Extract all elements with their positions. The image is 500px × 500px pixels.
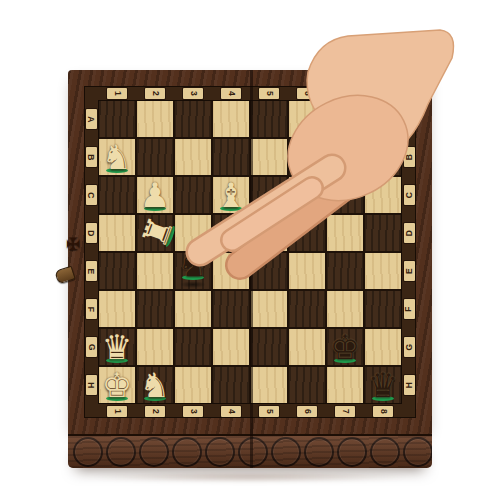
square-g2[interactable] — [137, 329, 173, 365]
file-label-right-C: C — [404, 185, 415, 205]
square-e5[interactable] — [251, 253, 287, 289]
white-pawn-glyph: ♟ — [140, 177, 170, 213]
file-label-left-H: H — [86, 375, 97, 395]
square-a3[interactable] — [175, 101, 211, 137]
square-h4[interactable] — [213, 367, 249, 403]
square-b7[interactable] — [327, 139, 363, 175]
circle-ornament — [304, 437, 334, 467]
rank-label-top-cell: 5 — [250, 86, 288, 100]
rank-label-bottom-cell: 1 — [98, 404, 136, 418]
square-f7[interactable] — [327, 291, 363, 327]
file-label-left-cell: G — [84, 328, 98, 366]
black-pawn-glyph: ♟ — [330, 101, 360, 137]
piece-white-pawn-c2[interactable]: ♟ — [137, 177, 173, 213]
file-label-right-cell: D — [402, 214, 416, 252]
square-e7[interactable] — [327, 253, 363, 289]
white-knight-glyph: ♞ — [140, 367, 170, 403]
square-d7[interactable] — [327, 215, 363, 251]
square-h1[interactable]: ♚ — [99, 367, 135, 403]
square-c5[interactable] — [251, 177, 287, 213]
piece-black-queen-h8[interactable]: ♛ — [365, 367, 401, 403]
piece-black-knight-b6[interactable]: ♞ — [289, 139, 325, 175]
rank-label-top-1: 1 — [107, 88, 127, 99]
rank-label-top-6: 6 — [297, 88, 317, 99]
square-f6[interactable] — [289, 291, 325, 327]
file-label-right-cell: G — [402, 328, 416, 366]
file-label-left-cell: D — [84, 214, 98, 252]
file-label-left-C: C — [86, 185, 97, 205]
file-label-left-A: A — [86, 109, 97, 129]
square-g6[interactable] — [289, 329, 325, 365]
square-f2[interactable] — [137, 291, 173, 327]
file-label-left-cell: C — [84, 176, 98, 214]
square-c7[interactable] — [327, 177, 363, 213]
square-e2[interactable] — [137, 253, 173, 289]
square-a5[interactable] — [251, 101, 287, 137]
square-d4[interactable] — [213, 215, 249, 251]
square-d5[interactable]: ♜ — [251, 215, 287, 251]
rank-label-bottom-5: 5 — [259, 406, 279, 417]
file-label-left-B: B — [86, 147, 97, 167]
square-g3[interactable] — [175, 329, 211, 365]
rank-label-top-7: 7 — [335, 88, 355, 99]
rank-label-top-2: 2 — [145, 88, 165, 99]
square-d8[interactable] — [365, 215, 401, 251]
square-d1[interactable] — [99, 215, 135, 251]
square-b4[interactable] — [213, 139, 249, 175]
table-reflection — [88, 472, 412, 482]
rank-label-bottom-4: 4 — [221, 406, 241, 417]
square-e4[interactable] — [213, 253, 249, 289]
square-a4[interactable] — [213, 101, 249, 137]
file-labels-left: ABCDEFGH — [84, 100, 98, 404]
piece-black-rook-d5[interactable]: ♜ — [251, 215, 287, 251]
rank-label-top-cell: 7 — [326, 86, 364, 100]
file-label-left-E: E — [86, 261, 97, 281]
rank-label-top-cell: 6 — [288, 86, 326, 100]
circle-ornament — [370, 437, 400, 467]
product-photo: 12345678 12345678 ABCDEFGH ABCDEFGH ♟♞♞♟… — [0, 0, 500, 500]
rank-label-bottom-cell: 2 — [136, 404, 174, 418]
square-c8[interactable] — [365, 177, 401, 213]
file-label-left-cell: A — [84, 100, 98, 138]
square-b5[interactable] — [251, 139, 287, 175]
rank-label-bottom-6: 6 — [297, 406, 317, 417]
rank-label-top-cell: 8 — [364, 86, 402, 100]
circle-ornament — [205, 437, 235, 467]
file-label-right-D: D — [404, 223, 415, 243]
rank-label-bottom-3: 3 — [183, 406, 203, 417]
square-a1[interactable] — [99, 101, 135, 137]
white-rook-glyph: ♜ — [135, 211, 179, 252]
file-label-right-cell: E — [402, 252, 416, 290]
square-b2[interactable] — [137, 139, 173, 175]
circle-ornament — [271, 437, 301, 467]
rank-label-bottom-cell: 3 — [174, 404, 212, 418]
file-label-left-cell: F — [84, 290, 98, 328]
white-queen-glyph: ♛ — [102, 329, 132, 365]
piece-black-pawn-a7[interactable]: ♟ — [327, 101, 363, 137]
square-d6[interactable] — [289, 215, 325, 251]
rank-label-bottom-cell: 7 — [326, 404, 364, 418]
rank-label-top-cell: 2 — [136, 86, 174, 100]
file-label-left-G: G — [86, 337, 97, 357]
square-c3[interactable] — [175, 177, 211, 213]
file-label-right-cell: F — [402, 290, 416, 328]
square-h8[interactable]: ♛ — [365, 367, 401, 403]
file-label-left-D: D — [86, 223, 97, 243]
white-knight-glyph: ♞ — [102, 139, 132, 175]
circle-ornament — [73, 437, 103, 467]
black-king-glyph: ♚ — [330, 329, 360, 365]
black-knight-glyph: ♞ — [178, 246, 208, 282]
file-label-right-cell: H — [402, 366, 416, 404]
circle-ornament — [106, 437, 136, 467]
rank-label-bottom-cell: 6 — [288, 404, 326, 418]
square-g7[interactable]: ♚ — [327, 329, 363, 365]
piece-white-king-h1[interactable]: ♚ — [99, 367, 135, 403]
file-labels-right: ABCDEFGH — [402, 100, 416, 404]
rank-label-top-cell: 1 — [98, 86, 136, 100]
piece-black-king-g7[interactable]: ♚ — [327, 329, 363, 365]
square-b6[interactable]: ♞ — [289, 139, 325, 175]
rank-label-top-8: 8 — [373, 88, 393, 99]
piece-white-rook-d2[interactable]: ♜ — [134, 209, 180, 255]
rank-label-bottom-7: 7 — [335, 406, 355, 417]
rank-label-bottom-8: 8 — [373, 406, 393, 417]
circle-ornament — [403, 437, 432, 467]
piece-white-knight-h2[interactable]: ♞ — [137, 367, 173, 403]
rank-label-bottom-cell: 4 — [212, 404, 250, 418]
square-b1[interactable]: ♞ — [99, 139, 135, 175]
cross-ornament: ✠ — [66, 236, 80, 253]
square-e1[interactable] — [99, 253, 135, 289]
file-label-right-H: H — [404, 375, 415, 395]
piece-white-bishop-c4[interactable]: ♝ — [213, 177, 249, 213]
square-a2[interactable] — [137, 101, 173, 137]
file-label-left-cell: B — [84, 138, 98, 176]
square-a6[interactable] — [289, 101, 325, 137]
square-c6[interactable] — [289, 177, 325, 213]
file-label-right-cell: A — [402, 100, 416, 138]
file-label-left-F: F — [86, 299, 97, 319]
circle-ornament — [139, 437, 169, 467]
square-e8[interactable] — [365, 253, 401, 289]
rank-label-top-cell: 4 — [212, 86, 250, 100]
square-h3[interactable] — [175, 367, 211, 403]
file-label-left-cell: H — [84, 366, 98, 404]
square-h5[interactable] — [251, 367, 287, 403]
file-label-right-F: F — [404, 299, 415, 319]
square-f1[interactable] — [99, 291, 135, 327]
file-label-right-A: A — [404, 109, 415, 129]
circle-ornament — [238, 437, 268, 467]
piece-white-queen-g1[interactable]: ♛ — [99, 329, 135, 365]
square-a8[interactable] — [365, 101, 401, 137]
file-label-right-B: B — [404, 147, 415, 167]
circle-ornament — [337, 437, 367, 467]
piece-black-knight-e3[interactable]: ♞ — [175, 253, 211, 289]
file-label-right-cell: C — [402, 176, 416, 214]
file-label-right-G: G — [404, 337, 415, 357]
white-king-glyph: ♚ — [102, 367, 132, 403]
rank-label-top-4: 4 — [221, 88, 241, 99]
square-c1[interactable] — [99, 177, 135, 213]
square-a7[interactable]: ♟ — [327, 101, 363, 137]
square-c4[interactable]: ♝ — [213, 177, 249, 213]
square-e6[interactable] — [289, 253, 325, 289]
rank-label-top-5: 5 — [259, 88, 279, 99]
white-bishop-glyph: ♝ — [216, 177, 246, 213]
rank-label-top-3: 3 — [183, 88, 203, 99]
square-g1[interactable]: ♛ — [99, 329, 135, 365]
rank-label-bottom-cell: 5 — [250, 404, 288, 418]
square-f4[interactable] — [213, 291, 249, 327]
square-b3[interactable] — [175, 139, 211, 175]
square-h6[interactable] — [289, 367, 325, 403]
square-e3[interactable]: ♞ — [175, 253, 211, 289]
rank-label-bottom-1: 1 — [107, 406, 127, 417]
file-label-right-cell: B — [402, 138, 416, 176]
black-queen-glyph: ♛ — [368, 367, 398, 403]
piece-white-knight-b1[interactable]: ♞ — [99, 139, 135, 175]
square-h2[interactable]: ♞ — [137, 367, 173, 403]
rank-label-top-cell: 3 — [174, 86, 212, 100]
square-h7[interactable] — [327, 367, 363, 403]
file-label-left-cell: E — [84, 252, 98, 290]
square-g8[interactable] — [365, 329, 401, 365]
square-g4[interactable] — [213, 329, 249, 365]
square-g5[interactable] — [251, 329, 287, 365]
black-rook-glyph: ♜ — [254, 215, 284, 251]
square-f3[interactable] — [175, 291, 211, 327]
file-label-right-E: E — [404, 261, 415, 281]
square-f5[interactable] — [251, 291, 287, 327]
square-c2[interactable]: ♟ — [137, 177, 173, 213]
black-knight-glyph: ♞ — [292, 139, 322, 175]
rank-label-bottom-cell: 8 — [364, 404, 402, 418]
square-d2[interactable]: ♜ — [137, 215, 173, 251]
fold-seam — [250, 70, 253, 468]
square-b8[interactable] — [365, 139, 401, 175]
circle-ornament — [172, 437, 202, 467]
square-f8[interactable] — [365, 291, 401, 327]
rank-label-bottom-2: 2 — [145, 406, 165, 417]
